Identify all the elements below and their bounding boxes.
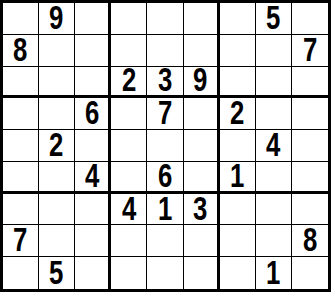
sudoku-cell-r7c4[interactable]: 4: [111, 194, 147, 226]
sudoku-cell-r1c4[interactable]: [111, 3, 147, 35]
sudoku-cell-r8c1[interactable]: 7: [3, 225, 39, 257]
sudoku-cell-r4c4[interactable]: [111, 98, 147, 130]
given-digit: 7: [158, 98, 172, 130]
given-digit: 3: [158, 67, 172, 99]
sudoku-cell-r2c8[interactable]: [256, 35, 292, 67]
sudoku-cell-r9c4[interactable]: [111, 257, 147, 289]
given-digit: 8: [303, 225, 317, 257]
sudoku-cell-r6c2[interactable]: [39, 162, 75, 194]
given-digit: 5: [50, 257, 64, 289]
sudoku-cell-r3c6[interactable]: 9: [184, 67, 220, 99]
sudoku-cell-r6c5[interactable]: 6: [147, 162, 183, 194]
given-digit: 4: [85, 162, 99, 194]
sudoku-cell-r2c4[interactable]: [111, 35, 147, 67]
given-digit: 2: [122, 67, 136, 99]
sudoku-cell-r9c5[interactable]: [147, 257, 183, 289]
sudoku-cell-r4c1[interactable]: [3, 98, 39, 130]
sudoku-cell-r2c6[interactable]: [184, 35, 220, 67]
sudoku-cell-r4c9[interactable]: [292, 98, 328, 130]
sudoku-cell-r9c1[interactable]: [3, 257, 39, 289]
sudoku-cell-r7c6[interactable]: 3: [184, 194, 220, 226]
sudoku-cell-r5c4[interactable]: [111, 130, 147, 162]
sudoku-cell-r9c9[interactable]: [292, 257, 328, 289]
given-digit: 6: [85, 98, 99, 130]
sudoku-cell-r3c4[interactable]: 2: [111, 67, 147, 99]
sudoku-cell-r9c2[interactable]: 5: [39, 257, 75, 289]
sudoku-cell-r9c7[interactable]: [220, 257, 256, 289]
sudoku-cell-r5c2[interactable]: 2: [39, 130, 75, 162]
given-digit: 6: [158, 162, 172, 194]
sudoku-cell-r1c9[interactable]: [292, 3, 328, 35]
sudoku-cell-r8c6[interactable]: [184, 225, 220, 257]
sudoku-cell-r7c5[interactable]: 1: [147, 194, 183, 226]
sudoku-cell-r1c2[interactable]: 9: [39, 3, 75, 35]
sudoku-cell-r8c8[interactable]: [256, 225, 292, 257]
sudoku-cell-r6c6[interactable]: [184, 162, 220, 194]
sudoku-cell-r4c5[interactable]: 7: [147, 98, 183, 130]
given-digit: 1: [266, 257, 280, 289]
sudoku-cell-r6c4[interactable]: [111, 162, 147, 194]
sudoku-cell-r8c7[interactable]: [220, 225, 256, 257]
sudoku-cell-r3c2[interactable]: [39, 67, 75, 99]
sudoku-cell-r8c5[interactable]: [147, 225, 183, 257]
given-digit: 7: [303, 35, 317, 67]
sudoku-cell-r9c3[interactable]: [75, 257, 111, 289]
given-digit: 3: [193, 194, 207, 226]
given-digit: 7: [13, 225, 27, 257]
sudoku-cell-r2c5[interactable]: [147, 35, 183, 67]
sudoku-cell-r5c8[interactable]: 4: [256, 130, 292, 162]
given-digit: 8: [13, 35, 27, 67]
sudoku-cell-r3c1[interactable]: [3, 67, 39, 99]
sudoku-cell-r7c7[interactable]: [220, 194, 256, 226]
sudoku-cell-r6c3[interactable]: 4: [75, 162, 111, 194]
sudoku-cell-r3c5[interactable]: 3: [147, 67, 183, 99]
sudoku-cell-r3c8[interactable]: [256, 67, 292, 99]
sudoku-board: 9587239672244614137851: [0, 0, 331, 292]
given-digit: 9: [193, 67, 207, 99]
sudoku-cell-r1c3[interactable]: [75, 3, 111, 35]
sudoku-cell-r1c6[interactable]: [184, 3, 220, 35]
sudoku-cell-r7c2[interactable]: [39, 194, 75, 226]
sudoku-cell-r1c7[interactable]: [220, 3, 256, 35]
sudoku-cell-r4c6[interactable]: [184, 98, 220, 130]
sudoku-cell-r2c2[interactable]: [39, 35, 75, 67]
sudoku-cell-r8c4[interactable]: [111, 225, 147, 257]
sudoku-cell-r6c8[interactable]: [256, 162, 292, 194]
sudoku-cell-r6c1[interactable]: [3, 162, 39, 194]
sudoku-cell-r8c3[interactable]: [75, 225, 111, 257]
given-digit: 9: [50, 3, 64, 35]
sudoku-cell-r5c6[interactable]: [184, 130, 220, 162]
sudoku-cell-r4c7[interactable]: 2: [220, 98, 256, 130]
sudoku-cell-r2c7[interactable]: [220, 35, 256, 67]
given-digit: 2: [230, 98, 244, 130]
given-digit: 4: [122, 194, 136, 226]
sudoku-cell-r7c1[interactable]: [3, 194, 39, 226]
sudoku-cell-r7c8[interactable]: [256, 194, 292, 226]
sudoku-cell-r2c1[interactable]: 8: [3, 35, 39, 67]
sudoku-cell-r7c3[interactable]: [75, 194, 111, 226]
sudoku-cell-r1c5[interactable]: [147, 3, 183, 35]
sudoku-cell-r4c2[interactable]: [39, 98, 75, 130]
sudoku-cell-r3c7[interactable]: [220, 67, 256, 99]
sudoku-cell-r3c3[interactable]: [75, 67, 111, 99]
sudoku-cell-r2c3[interactable]: [75, 35, 111, 67]
given-digit: 5: [266, 3, 280, 35]
sudoku-cell-r5c9[interactable]: [292, 130, 328, 162]
sudoku-cell-r9c8[interactable]: 1: [256, 257, 292, 289]
sudoku-cell-r4c8[interactable]: [256, 98, 292, 130]
sudoku-cell-r7c9[interactable]: [292, 194, 328, 226]
sudoku-cell-r2c9[interactable]: 7: [292, 35, 328, 67]
sudoku-cell-r6c9[interactable]: [292, 162, 328, 194]
given-digit: 1: [230, 162, 244, 194]
given-digit: 4: [266, 130, 280, 162]
sudoku-cell-r9c6[interactable]: [184, 257, 220, 289]
sudoku-cell-r6c7[interactable]: 1: [220, 162, 256, 194]
sudoku-cell-r4c3[interactable]: 6: [75, 98, 111, 130]
sudoku-cell-r5c1[interactable]: [3, 130, 39, 162]
sudoku-cell-r5c7[interactable]: [220, 130, 256, 162]
sudoku-cell-r8c2[interactable]: [39, 225, 75, 257]
given-digit: 1: [158, 194, 172, 226]
sudoku-cell-r1c1[interactable]: [3, 3, 39, 35]
sudoku-cell-r1c8[interactable]: 5: [256, 3, 292, 35]
given-digit: 2: [50, 130, 64, 162]
sudoku-cell-r5c5[interactable]: [147, 130, 183, 162]
sudoku-cell-r3c9[interactable]: [292, 67, 328, 99]
sudoku-cell-r5c3[interactable]: [75, 130, 111, 162]
sudoku-cell-r8c9[interactable]: 8: [292, 225, 328, 257]
